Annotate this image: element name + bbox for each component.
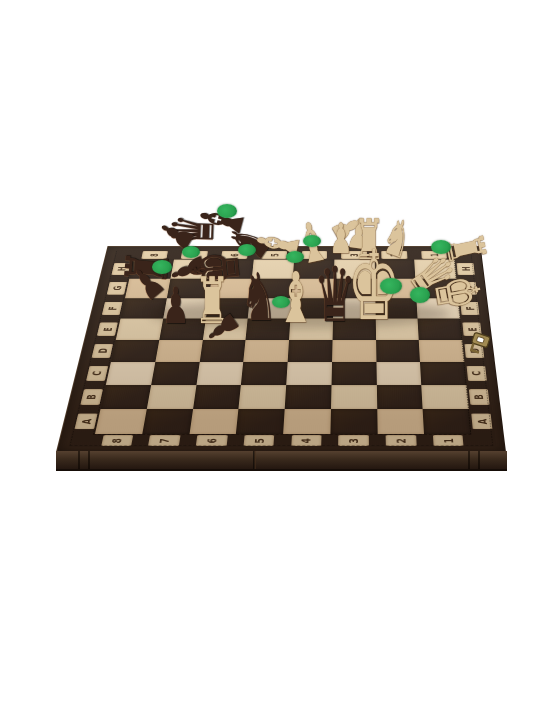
coordinate-text: 6 xyxy=(205,438,218,443)
square-D8 xyxy=(111,340,159,362)
coordinate-label-7: 7 xyxy=(140,434,189,447)
coordinate-text: 7 xyxy=(189,253,200,256)
square-D7 xyxy=(155,340,202,362)
coordinate-cell: 7 xyxy=(148,435,180,445)
wood-groove xyxy=(478,451,480,469)
square-C7 xyxy=(151,362,199,385)
coordinate-cell: 3 xyxy=(338,435,368,445)
square-G7 xyxy=(167,278,211,298)
square-B3 xyxy=(331,385,377,409)
coordinate-label-3: 3 xyxy=(334,250,374,259)
coordinate-text: H xyxy=(460,267,471,271)
square-G5 xyxy=(250,278,293,298)
coordinate-text: E xyxy=(101,327,114,331)
coordinate-text: 1 xyxy=(429,253,440,256)
square-G4 xyxy=(292,278,334,298)
coordinate-label-2: 2 xyxy=(377,434,425,447)
square-A5 xyxy=(236,409,285,434)
coordinate-cell: 6 xyxy=(221,251,247,258)
square-G8 xyxy=(125,278,170,298)
square-A7 xyxy=(142,409,193,434)
coordinate-text: G xyxy=(111,286,123,290)
square-H7 xyxy=(170,260,214,279)
coordinate-text: 3 xyxy=(347,438,360,443)
coordinate-text: 6 xyxy=(229,253,240,256)
square-A6 xyxy=(189,409,239,434)
chess-board: 87654321HHGGFFEEDDCCBBAA87654321 xyxy=(56,246,506,452)
square-A8 xyxy=(95,409,147,434)
coordinate-cell: A xyxy=(472,413,492,429)
coordinate-text: 2 xyxy=(394,438,407,443)
coordinate-label-8: 8 xyxy=(92,434,142,447)
square-H3 xyxy=(334,260,375,279)
coordinate-label-2: 2 xyxy=(374,250,414,259)
square-A4 xyxy=(283,409,331,434)
square-B6 xyxy=(193,385,242,409)
coordinate-label-C: C xyxy=(464,362,489,385)
product-photo-chess-set: 87654321HHGGFFEEDDCCBBAA87654321 ♛♝♟♜♟♚♞… xyxy=(0,0,540,720)
square-H8 xyxy=(129,260,173,279)
coordinate-text: A xyxy=(79,419,93,424)
coordinate-cell: 6 xyxy=(196,435,228,445)
coordinate-cell: 1 xyxy=(421,251,447,258)
square-B2 xyxy=(376,385,422,409)
square-D1 xyxy=(419,340,464,362)
box-center-seam xyxy=(253,451,256,469)
wood-groove xyxy=(88,451,90,469)
square-A3 xyxy=(330,409,377,434)
square-C6 xyxy=(196,362,243,385)
coordinate-text: 3 xyxy=(349,253,360,256)
square-H5 xyxy=(252,260,294,279)
board-corner xyxy=(113,250,135,259)
coordinate-text: A xyxy=(475,419,488,424)
coordinate-cell: 8 xyxy=(101,435,133,445)
square-C1 xyxy=(420,362,466,385)
square-B5 xyxy=(239,385,287,409)
square-C5 xyxy=(241,362,288,385)
square-B8 xyxy=(101,385,151,409)
coordinate-text: 1 xyxy=(442,438,455,443)
square-H2 xyxy=(374,260,415,279)
square-G6 xyxy=(208,278,252,298)
coordinate-label-3: 3 xyxy=(330,434,378,447)
wood-groove xyxy=(78,451,80,469)
square-D5 xyxy=(243,340,289,362)
coordinate-label-7: 7 xyxy=(174,250,215,259)
coordinate-cell: 3 xyxy=(341,251,367,258)
square-C4 xyxy=(286,362,332,385)
coordinate-text: B xyxy=(85,394,99,399)
square-C8 xyxy=(106,362,155,385)
coordinate-text: F xyxy=(106,306,118,310)
coordinate-label-4: 4 xyxy=(282,434,330,447)
piece-pile-shadow xyxy=(150,300,450,328)
coordinate-cell: 4 xyxy=(301,251,327,258)
coordinate-cell: 2 xyxy=(381,251,407,258)
coordinate-cell: 8 xyxy=(141,251,168,258)
square-A2 xyxy=(377,409,424,434)
coordinate-cell: A xyxy=(75,413,97,429)
coordinate-label-5: 5 xyxy=(254,250,295,259)
square-G1 xyxy=(415,278,458,298)
coordinate-text: 8 xyxy=(110,438,124,443)
board-corner xyxy=(68,434,95,447)
square-D6 xyxy=(199,340,245,362)
coordinate-label-5: 5 xyxy=(235,434,283,447)
coordinate-cell: B xyxy=(81,389,103,404)
square-H6 xyxy=(211,260,254,279)
coordinate-cell: 2 xyxy=(386,435,417,445)
board-grid: 87654321HHGGFFEEDDCCBBAA87654321 xyxy=(68,250,494,446)
coordinate-cell: C xyxy=(467,366,486,381)
coordinate-text: F xyxy=(464,306,476,310)
coordinate-cell: D xyxy=(92,344,113,358)
coordinate-label-4: 4 xyxy=(294,250,334,259)
coordinate-text: 4 xyxy=(309,253,320,256)
square-D3 xyxy=(332,340,376,362)
square-G2 xyxy=(375,278,417,298)
square-H1 xyxy=(414,260,456,279)
coordinate-text: H xyxy=(115,267,127,271)
board-box-front-face xyxy=(56,451,507,471)
coordinate-text: C xyxy=(470,371,483,376)
coordinate-label-F: F xyxy=(458,298,481,318)
coordinate-text: 5 xyxy=(252,438,265,443)
coordinate-cell: G xyxy=(107,282,126,295)
wood-groove xyxy=(468,451,470,469)
coordinate-cell: H xyxy=(457,263,475,275)
coordinate-cell: H xyxy=(112,263,131,275)
coordinate-cell: F xyxy=(102,302,122,315)
square-E8 xyxy=(116,319,163,340)
coordinate-label-1: 1 xyxy=(424,434,472,447)
square-C2 xyxy=(376,362,421,385)
coordinate-label-6: 6 xyxy=(214,250,255,259)
coordinate-text: C xyxy=(91,371,104,376)
coordinate-cell: 5 xyxy=(243,435,274,445)
square-G3 xyxy=(333,278,375,298)
square-B4 xyxy=(285,385,332,409)
coordinate-cell: 5 xyxy=(261,251,287,258)
coordinate-text: 8 xyxy=(149,253,161,256)
coordinate-cell: G xyxy=(459,282,477,295)
coordinate-label-H: H xyxy=(455,260,477,279)
board-corner xyxy=(471,434,496,447)
coordinate-label-A: A xyxy=(469,409,495,434)
square-B1 xyxy=(421,385,468,409)
coordinate-label-1: 1 xyxy=(414,250,455,259)
coordinate-label-8: 8 xyxy=(134,250,176,259)
coordinate-cell: C xyxy=(86,366,107,381)
coordinate-cell: F xyxy=(461,302,479,315)
coordinate-label-6: 6 xyxy=(187,434,236,447)
coordinate-text: 5 xyxy=(269,253,280,256)
coordinate-cell: B xyxy=(469,389,489,404)
coordinate-cell: 1 xyxy=(433,435,464,445)
coordinate-text: B xyxy=(473,394,486,399)
coordinate-cell: E xyxy=(97,322,117,336)
board-corner xyxy=(454,250,475,259)
square-D4 xyxy=(288,340,333,362)
square-A1 xyxy=(423,409,471,434)
coordinate-label-G: G xyxy=(456,278,479,298)
coordinate-text: 4 xyxy=(300,438,313,443)
coordinate-label-B: B xyxy=(467,385,492,409)
coordinate-cell: 7 xyxy=(181,251,208,258)
brass-clasp-icon xyxy=(470,329,498,361)
square-B7 xyxy=(147,385,196,409)
coordinate-text: G xyxy=(462,286,474,290)
square-C3 xyxy=(331,362,376,385)
coordinate-text: D xyxy=(96,348,109,353)
coordinate-cell: 4 xyxy=(291,435,322,445)
coordinate-text: 7 xyxy=(158,438,172,443)
coordinate-text: 2 xyxy=(389,253,400,256)
square-H4 xyxy=(293,260,334,279)
square-D2 xyxy=(376,340,421,362)
board-perspective-wrapper: 87654321HHGGFFEEDDCCBBAA87654321 xyxy=(56,2,506,452)
